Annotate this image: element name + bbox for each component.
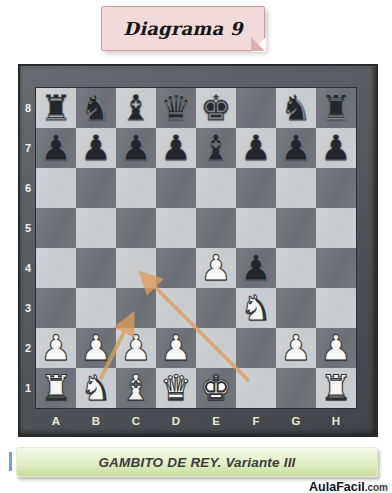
piece-black-pawn: ♟ [240,248,271,288]
square-b6 [76,168,116,208]
square-f1 [236,368,276,408]
file-label-a: A [36,408,76,434]
square-b8: ♞ [76,88,116,128]
square-e7: ♝ [196,128,236,168]
piece-white-knight: ♞ [240,288,271,328]
rank-label-7: 7 [20,128,36,168]
square-a1: ♜ [36,368,76,408]
square-h2: ♟ [316,328,356,368]
diagram-title-note: Diagrama 9 [101,6,265,51]
square-c4 [116,248,156,288]
square-d3 [156,288,196,328]
square-b4 [76,248,116,288]
brand-name: AulaFacil [309,480,365,493]
board-grid: ♜♞♝♛♚♞♜♟♟♟♟♝♟♟♟♟♟♞♟♟♟♟♟♟♜♞♝♛♚♜ [36,88,356,408]
piece-white-rook: ♜ [40,368,71,408]
square-f3: ♞ [236,288,276,328]
square-g5 [276,208,316,248]
square-d8: ♛ [156,88,196,128]
piece-white-pawn: ♟ [80,328,111,368]
brand-suffix: .com [365,482,388,493]
square-h8: ♜ [316,88,356,128]
square-f2 [236,328,276,368]
piece-black-knight: ♞ [280,88,311,128]
square-e5 [196,208,236,248]
rank-label-4: 4 [20,248,36,288]
file-label-g: G [276,408,316,434]
square-b7: ♟ [76,128,116,168]
square-d6 [156,168,196,208]
rank-label-6: 6 [20,168,36,208]
rank-label-5: 5 [20,208,36,248]
square-c2: ♟ [116,328,156,368]
square-d2: ♟ [156,328,196,368]
square-g4 [276,248,316,288]
square-d4 [156,248,196,288]
square-f4: ♟ [236,248,276,288]
square-d5 [156,208,196,248]
brand: AulaFacil.com [309,477,388,493]
square-a8: ♜ [36,88,76,128]
file-labels: ABCDEFGH [36,408,356,434]
square-c1: ♝ [116,368,156,408]
square-e8: ♚ [196,88,236,128]
square-c8: ♝ [116,88,156,128]
square-c3 [116,288,156,328]
square-c7: ♟ [116,128,156,168]
square-h6 [316,168,356,208]
square-g3 [276,288,316,328]
piece-black-rook: ♜ [40,88,71,128]
square-b5 [76,208,116,248]
square-a6 [36,168,76,208]
piece-black-bishop: ♝ [200,128,231,168]
square-a2: ♟ [36,328,76,368]
square-e2 [196,328,236,368]
square-e4: ♟ [196,248,236,288]
piece-black-pawn: ♟ [80,128,111,168]
piece-black-rook: ♜ [320,88,351,128]
square-g8: ♞ [276,88,316,128]
rank-label-1: 1 [20,368,36,408]
piece-black-king: ♚ [200,88,231,128]
piece-black-pawn: ♟ [320,128,351,168]
square-f8 [236,88,276,128]
square-h5 [316,208,356,248]
piece-black-pawn: ♟ [280,128,311,168]
page: Diagrama 9 87654321 ♜♞♝♛♚♞♜♟♟♟♟♝♟♟♟♟♟♞♟♟… [0,0,392,493]
file-label-d: D [156,408,196,434]
square-h3 [316,288,356,328]
piece-white-pawn: ♟ [320,328,351,368]
square-h1: ♜ [316,368,356,408]
piece-white-pawn: ♟ [280,328,311,368]
square-h4 [316,248,356,288]
square-b1: ♞ [76,368,116,408]
square-a4 [36,248,76,288]
square-c6 [116,168,156,208]
square-c5 [116,208,156,248]
caption-text: GAMBITO DE REY. Variante III [98,455,295,470]
rank-label-3: 3 [20,288,36,328]
square-e3 [196,288,236,328]
file-label-f: F [236,408,276,434]
piece-black-pawn: ♟ [120,128,151,168]
square-f7: ♟ [236,128,276,168]
rank-labels: 87654321 [20,88,36,408]
square-f5 [236,208,276,248]
square-e6 [196,168,236,208]
piece-white-bishop: ♝ [120,368,151,408]
square-e1: ♚ [196,368,236,408]
square-g7: ♟ [276,128,316,168]
square-f6 [236,168,276,208]
piece-black-knight: ♞ [80,88,111,128]
piece-white-queen: ♛ [160,368,191,408]
square-g1 [276,368,316,408]
rank-label-2: 2 [20,328,36,368]
piece-black-pawn: ♟ [160,128,191,168]
diagram-title: Diagrama 9 [123,18,242,39]
square-g2: ♟ [276,328,316,368]
square-b3 [76,288,116,328]
caption-tick [9,452,12,471]
piece-white-pawn: ♟ [120,328,151,368]
square-d1: ♛ [156,368,196,408]
square-g6 [276,168,316,208]
piece-black-queen: ♛ [160,88,191,128]
piece-white-king: ♚ [200,368,231,408]
square-a5 [36,208,76,248]
file-label-e: E [196,408,236,434]
file-label-h: H [316,408,356,434]
file-label-b: B [76,408,116,434]
rank-label-8: 8 [20,88,36,128]
square-d7: ♟ [156,128,196,168]
piece-white-knight: ♞ [80,368,111,408]
square-a3 [36,288,76,328]
square-a7: ♟ [36,128,76,168]
piece-black-pawn: ♟ [240,128,271,168]
chess-board-frame: 87654321 ♜♞♝♛♚♞♜♟♟♟♟♝♟♟♟♟♟♞♟♟♟♟♟♟♜♞♝♛♚♜ … [18,64,378,437]
piece-white-pawn: ♟ [160,328,191,368]
piece-white-pawn: ♟ [200,248,231,288]
file-label-c: C [116,408,156,434]
piece-black-bishop: ♝ [120,88,151,128]
square-b2: ♟ [76,328,116,368]
piece-black-pawn: ♟ [40,128,71,168]
square-h7: ♟ [316,128,356,168]
piece-white-pawn: ♟ [40,328,71,368]
caption-bar: GAMBITO DE REY. Variante III [16,447,378,477]
piece-white-rook: ♜ [320,368,351,408]
